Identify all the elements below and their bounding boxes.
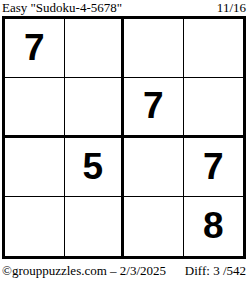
copyright-text: ©grouppuzzles.com – 2/3/2025 xyxy=(2,263,166,278)
puzzle-title: Easy "Sudoku-4-5678" xyxy=(2,0,122,15)
cell-r4c2[interactable] xyxy=(65,197,125,256)
cell-r1c4[interactable] xyxy=(184,19,244,78)
page-footer: ©grouppuzzles.com – 2/3/2025 Diff: 3 /54… xyxy=(0,263,248,278)
cell-r2c3[interactable]: 7 xyxy=(124,78,184,137)
difficulty-text: Diff: 3 /542 xyxy=(185,263,246,278)
cell-r4c4[interactable]: 8 xyxy=(184,197,244,256)
cell-r3c4[interactable]: 7 xyxy=(184,138,244,197)
cell-r2c2[interactable] xyxy=(65,78,125,137)
cell-r3c2[interactable]: 5 xyxy=(65,138,125,197)
cell-r1c2[interactable] xyxy=(65,19,125,78)
cell-r1c3[interactable] xyxy=(124,19,184,78)
cell-r3c3[interactable] xyxy=(124,138,184,197)
cell-r4c3[interactable] xyxy=(124,197,184,256)
page-number: 11/16 xyxy=(217,0,246,15)
sudoku-grid: 77578 xyxy=(2,16,246,259)
cell-r3c1[interactable] xyxy=(5,138,65,197)
page-header: Easy "Sudoku-4-5678" 11/16 xyxy=(0,0,248,16)
cell-r4c1[interactable] xyxy=(5,197,65,256)
cell-r1c1[interactable]: 7 xyxy=(5,19,65,78)
cell-r2c1[interactable] xyxy=(5,78,65,137)
cell-r2c4[interactable] xyxy=(184,78,244,137)
